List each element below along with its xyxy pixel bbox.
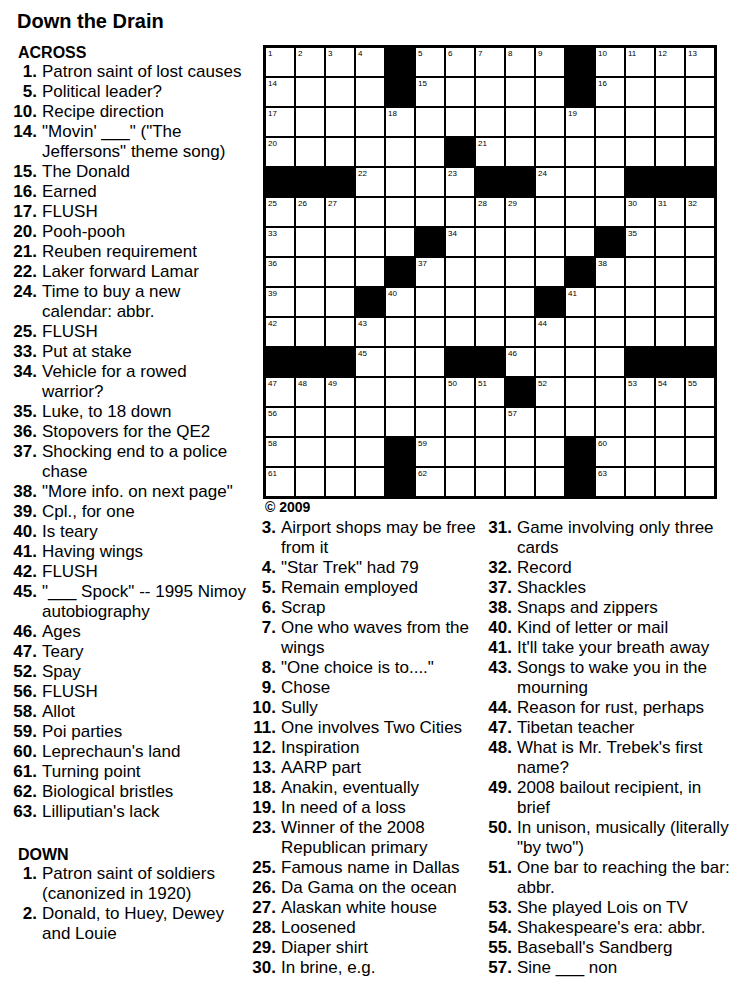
- clue: 46.Ages: [11, 622, 247, 642]
- grid-cell-black: [295, 167, 325, 197]
- grid-cell[interactable]: [505, 137, 535, 167]
- grid-cell[interactable]: [655, 467, 685, 497]
- clue: 12.Inspiration: [250, 738, 484, 758]
- grid-cell[interactable]: [415, 197, 445, 227]
- grid-cell[interactable]: [445, 407, 475, 437]
- grid-cell-black: [325, 167, 355, 197]
- grid-cell-black: [565, 77, 595, 107]
- cell-number: 14: [268, 79, 277, 88]
- clue-number: 50.: [486, 818, 512, 858]
- grid-cell[interactable]: [385, 227, 415, 257]
- grid-cell-black: [655, 167, 685, 197]
- grid-cell[interactable]: [295, 257, 325, 287]
- clue-number: 46.: [11, 622, 37, 642]
- grid-cell[interactable]: [625, 257, 655, 287]
- grid-cell[interactable]: [445, 257, 475, 287]
- grid-cell[interactable]: [565, 407, 595, 437]
- clue: 19.In need of a loss: [250, 798, 484, 818]
- grid-cell[interactable]: 14: [265, 77, 295, 107]
- grid-cell[interactable]: 16: [595, 77, 625, 107]
- grid-cell[interactable]: [445, 77, 475, 107]
- grid-cell[interactable]: [655, 257, 685, 287]
- clue: 22.Laker forward Lamar: [11, 262, 247, 282]
- grid-cell[interactable]: [325, 437, 355, 467]
- clue-text: Time to buy a new calendar: abbr.: [42, 282, 247, 322]
- grid-cell[interactable]: [535, 227, 565, 257]
- grid-cell[interactable]: [475, 317, 505, 347]
- grid-cell[interactable]: [415, 407, 445, 437]
- grid-cell[interactable]: [535, 467, 565, 497]
- grid-cell[interactable]: [325, 317, 355, 347]
- clue-number: 43.: [486, 658, 512, 698]
- grid-cell[interactable]: [685, 407, 715, 437]
- grid-cell[interactable]: [295, 407, 325, 437]
- grid-cell-black: [565, 437, 595, 467]
- grid-cell[interactable]: 46: [505, 347, 535, 377]
- grid-cell[interactable]: 38: [595, 257, 625, 287]
- clue: 52.Spay: [11, 662, 247, 682]
- grid-cell[interactable]: [535, 137, 565, 167]
- clue-text: It'll take your breath away: [517, 638, 730, 658]
- grid-cell[interactable]: [385, 137, 415, 167]
- grid-cell[interactable]: [355, 77, 385, 107]
- clue: 47.Teary: [11, 642, 247, 662]
- clue: 13.AARP part: [250, 758, 484, 778]
- clue: 25.Famous name in Dallas: [250, 858, 484, 878]
- grid-cell[interactable]: [595, 137, 625, 167]
- grid-cell[interactable]: 39: [265, 287, 295, 317]
- grid-cell[interactable]: 6: [445, 47, 475, 77]
- clue-text: In brine, e.g.: [281, 958, 484, 978]
- grid-cell[interactable]: [595, 317, 625, 347]
- grid-cell[interactable]: [415, 347, 445, 377]
- grid-cell[interactable]: [685, 227, 715, 257]
- grid-cell[interactable]: [445, 437, 475, 467]
- grid-cell[interactable]: [505, 107, 535, 137]
- clue: 54.Shakespeare's era: abbr.: [486, 918, 730, 938]
- grid-cell[interactable]: [385, 407, 415, 437]
- grid-cell[interactable]: [445, 197, 475, 227]
- grid-cell[interactable]: 49: [325, 377, 355, 407]
- grid-cell[interactable]: [445, 107, 475, 137]
- grid-cell[interactable]: [535, 257, 565, 287]
- grid-cell[interactable]: 4: [355, 47, 385, 77]
- clue-text: Shakespeare's era: abbr.: [517, 918, 730, 938]
- clue-text: FLUSH: [42, 202, 247, 222]
- clue: 6.Scrap: [250, 598, 484, 618]
- grid-cell[interactable]: 27: [325, 197, 355, 227]
- grid-cell[interactable]: 26: [295, 197, 325, 227]
- grid-cell[interactable]: [625, 437, 655, 467]
- cell-number: 34: [448, 229, 457, 238]
- grid-cell[interactable]: 58: [265, 437, 295, 467]
- grid-cell[interactable]: 2: [295, 47, 325, 77]
- clue-number: 40.: [11, 522, 37, 542]
- grid-cell[interactable]: 21: [475, 137, 505, 167]
- grid-cell[interactable]: [295, 467, 325, 497]
- clue-number: 28.: [250, 918, 276, 938]
- grid-cell[interactable]: 52: [535, 377, 565, 407]
- grid-cell[interactable]: [595, 167, 625, 197]
- cell-number: 31: [658, 199, 667, 208]
- grid-cell[interactable]: [475, 257, 505, 287]
- grid-cell[interactable]: 13: [685, 47, 715, 77]
- grid-cell[interactable]: [325, 257, 355, 287]
- grid-cell-black: [445, 137, 475, 167]
- grid-cell[interactable]: [655, 437, 685, 467]
- grid-cell[interactable]: [535, 347, 565, 377]
- grid-cell[interactable]: [535, 407, 565, 437]
- grid-cell[interactable]: [565, 167, 595, 197]
- grid-cell-black: [685, 347, 715, 377]
- grid-cell[interactable]: [355, 467, 385, 497]
- clues-column-middle: 3.Airport shops may be free from it4."St…: [250, 518, 484, 978]
- grid-cell[interactable]: [625, 317, 655, 347]
- grid-cell[interactable]: [625, 107, 655, 137]
- clue-text: Scrap: [281, 598, 484, 618]
- clue-number: 5.: [250, 578, 276, 598]
- grid-cell[interactable]: 61: [265, 467, 295, 497]
- grid-cell[interactable]: 28: [475, 197, 505, 227]
- grid-cell[interactable]: 50: [445, 377, 475, 407]
- grid-cell[interactable]: 8: [505, 47, 535, 77]
- cell-number: 23: [448, 169, 457, 178]
- grid-cell[interactable]: 51: [475, 377, 505, 407]
- grid-cell[interactable]: [325, 107, 355, 137]
- grid-cell[interactable]: [295, 107, 325, 137]
- clue: 10.Recipe direction: [11, 102, 247, 122]
- clue-text: FLUSH: [42, 682, 247, 702]
- clue-text: Famous name in Dallas: [281, 858, 484, 878]
- grid-cell[interactable]: [655, 287, 685, 317]
- grid-cell[interactable]: [475, 107, 505, 137]
- grid-cell[interactable]: [505, 257, 535, 287]
- grid-cell[interactable]: 36: [265, 257, 295, 287]
- grid-cell[interactable]: [565, 347, 595, 377]
- grid-cell[interactable]: [325, 77, 355, 107]
- grid-cell[interactable]: [655, 77, 685, 107]
- grid-cell[interactable]: [595, 347, 625, 377]
- grid-cell[interactable]: [445, 467, 475, 497]
- cell-number: 45: [358, 349, 367, 358]
- clue: 28.Loosened: [250, 918, 484, 938]
- grid-cell[interactable]: 41: [565, 287, 595, 317]
- grid-cell[interactable]: 56: [265, 407, 295, 437]
- grid-cell[interactable]: [295, 227, 325, 257]
- clue: 9.Chose: [250, 678, 484, 698]
- grid-cell[interactable]: [355, 197, 385, 227]
- clue: 33.Put at stake: [11, 342, 247, 362]
- clue-number: 52.: [11, 662, 37, 682]
- clue-number: 10.: [250, 698, 276, 718]
- grid-cell[interactable]: [355, 437, 385, 467]
- grid-cell[interactable]: [565, 377, 595, 407]
- clue-text: Anakin, eventually: [281, 778, 484, 798]
- grid-cell[interactable]: 24: [535, 167, 565, 197]
- grid-cell[interactable]: 40: [385, 287, 415, 317]
- grid-cell[interactable]: 32: [685, 197, 715, 227]
- clue-number: 11.: [250, 718, 276, 738]
- grid-cell[interactable]: [685, 287, 715, 317]
- grid-cell[interactable]: 31: [655, 197, 685, 227]
- clue-number: 26.: [250, 878, 276, 898]
- grid-cell[interactable]: [685, 437, 715, 467]
- grid-cell[interactable]: [385, 167, 415, 197]
- grid-cell-black: [385, 47, 415, 77]
- grid-cell[interactable]: [595, 407, 625, 437]
- clue-number: 16.: [11, 182, 37, 202]
- grid-cell[interactable]: [295, 287, 325, 317]
- grid-cell[interactable]: 59: [415, 437, 445, 467]
- grid-cell[interactable]: 62: [415, 467, 445, 497]
- grid-cell[interactable]: 1: [265, 47, 295, 77]
- grid-cell-black: [625, 167, 655, 197]
- grid-cell[interactable]: [625, 137, 655, 167]
- clue-text: Allot: [42, 702, 247, 722]
- grid-cell[interactable]: [295, 77, 325, 107]
- clue-number: 61.: [11, 762, 37, 782]
- grid-cell[interactable]: [325, 227, 355, 257]
- grid-cell[interactable]: 20: [265, 137, 295, 167]
- grid-cell[interactable]: 29: [505, 197, 535, 227]
- grid-cell[interactable]: [685, 107, 715, 137]
- grid-cell[interactable]: [685, 137, 715, 167]
- grid-cell[interactable]: 48: [295, 377, 325, 407]
- clue-text: Earned: [42, 182, 247, 202]
- grid-cell-black: [325, 347, 355, 377]
- clue: 53.She played Lois on TV: [486, 898, 730, 918]
- grid-cell[interactable]: [595, 197, 625, 227]
- across-clues-list: 1.Patron saint of lost causes5.Political…: [11, 62, 247, 822]
- grid-cell-black: [475, 167, 505, 197]
- grid-cell[interactable]: [325, 137, 355, 167]
- grid-cell[interactable]: 23: [445, 167, 475, 197]
- grid-cell[interactable]: [535, 197, 565, 227]
- clue-text: Is teary: [42, 522, 247, 542]
- grid-cell[interactable]: 9: [535, 47, 565, 77]
- clue: 18.Anakin, eventually: [250, 778, 484, 798]
- cell-number: 29: [508, 199, 517, 208]
- clue: 11.One involves Two Cities: [250, 718, 484, 738]
- grid-cell[interactable]: [385, 197, 415, 227]
- grid-cell[interactable]: [385, 377, 415, 407]
- cell-number: 47: [268, 379, 277, 388]
- grid-cell[interactable]: 43: [355, 317, 385, 347]
- grid-cell[interactable]: [355, 257, 385, 287]
- grid-cell[interactable]: [475, 227, 505, 257]
- grid-cell[interactable]: [625, 287, 655, 317]
- clue-number: 1.: [11, 62, 37, 82]
- grid-cell[interactable]: 57: [505, 407, 535, 437]
- clue-number: 60.: [11, 742, 37, 762]
- grid-cell[interactable]: 33: [265, 227, 295, 257]
- grid-cell[interactable]: 53: [625, 377, 655, 407]
- grid-cell[interactable]: [685, 257, 715, 287]
- grid-cell[interactable]: 54: [655, 377, 685, 407]
- grid-cell[interactable]: 25: [265, 197, 295, 227]
- grid-cell[interactable]: [535, 437, 565, 467]
- grid-cell[interactable]: [385, 317, 415, 347]
- grid-cell[interactable]: 7: [475, 47, 505, 77]
- grid-cell[interactable]: 45: [355, 347, 385, 377]
- clue: 35.Luke, to 18 down: [11, 402, 247, 422]
- clue-number: 35.: [11, 402, 37, 422]
- grid-cell[interactable]: [505, 467, 535, 497]
- clue: 20.Pooh-pooh: [11, 222, 247, 242]
- grid-cell[interactable]: [355, 227, 385, 257]
- clue-number: 25.: [11, 322, 37, 342]
- clue: 27.Alaskan white house: [250, 898, 484, 918]
- clue: 17.FLUSH: [11, 202, 247, 222]
- grid-cell[interactable]: [595, 287, 625, 317]
- grid-cell[interactable]: 42: [265, 317, 295, 347]
- grid-cell-black: [625, 347, 655, 377]
- grid-cell[interactable]: [415, 137, 445, 167]
- clue-number: 20.: [11, 222, 37, 242]
- grid-cell[interactable]: [655, 107, 685, 137]
- grid-cell[interactable]: [505, 437, 535, 467]
- grid-cell[interactable]: [325, 407, 355, 437]
- grid-cell[interactable]: [565, 137, 595, 167]
- grid-cell[interactable]: [385, 347, 415, 377]
- grid-cell[interactable]: [565, 317, 595, 347]
- grid-cell[interactable]: 47: [265, 377, 295, 407]
- grid-cell[interactable]: [625, 407, 655, 437]
- grid-cell[interactable]: 22: [355, 167, 385, 197]
- grid-cell[interactable]: [445, 287, 475, 317]
- grid-cell[interactable]: 18: [385, 107, 415, 137]
- grid-cell[interactable]: [355, 377, 385, 407]
- clue-number: 32.: [486, 558, 512, 578]
- grid-cell[interactable]: 44: [535, 317, 565, 347]
- grid-cell[interactable]: [325, 467, 355, 497]
- grid-cell[interactable]: [355, 407, 385, 437]
- clue: 26.Da Gama on the ocean: [250, 878, 484, 898]
- grid-cell[interactable]: [565, 227, 595, 257]
- grid-cell[interactable]: 19: [565, 107, 595, 137]
- grid-cell[interactable]: 37: [415, 257, 445, 287]
- grid-cell[interactable]: [475, 287, 505, 317]
- clues-column-left: ACROSS 1.Patron saint of lost causes5.Po…: [11, 44, 247, 944]
- grid-cell[interactable]: [445, 317, 475, 347]
- cell-number: 1: [268, 49, 272, 58]
- clue-text: Ages: [42, 622, 247, 642]
- grid-cell[interactable]: 11: [625, 47, 655, 77]
- grid-cell[interactable]: 3: [325, 47, 355, 77]
- grid-cell[interactable]: [475, 77, 505, 107]
- clue: 50.In unison, musically (literally "by t…: [486, 818, 730, 858]
- crossword-grid: 1234567891011121314151617181920212223242…: [263, 45, 717, 499]
- clue-number: 8.: [250, 658, 276, 678]
- grid-cell[interactable]: [415, 377, 445, 407]
- grid-cell[interactable]: [475, 437, 505, 467]
- grid-cell-black: [685, 167, 715, 197]
- clue: 15.The Donald: [11, 162, 247, 182]
- cell-number: 18: [388, 109, 397, 118]
- grid-cell[interactable]: [655, 227, 685, 257]
- grid-cell[interactable]: [595, 107, 625, 137]
- grid-cell[interactable]: 15: [415, 77, 445, 107]
- clue: 40.Kind of letter or mail: [486, 618, 730, 638]
- clue-number: 21.: [11, 242, 37, 262]
- grid-cell[interactable]: [685, 77, 715, 107]
- grid-cell[interactable]: 10: [595, 47, 625, 77]
- grid-cell[interactable]: [565, 197, 595, 227]
- grid-cell[interactable]: 17: [265, 107, 295, 137]
- cell-number: 21: [478, 139, 487, 148]
- grid-cell[interactable]: 63: [595, 467, 625, 497]
- grid-cell[interactable]: [415, 167, 445, 197]
- grid-cell[interactable]: 12: [655, 47, 685, 77]
- grid-cell[interactable]: [625, 467, 655, 497]
- grid-cell[interactable]: 35: [625, 227, 655, 257]
- grid-cell[interactable]: [505, 317, 535, 347]
- grid-cell[interactable]: 30: [625, 197, 655, 227]
- clue-number: 63.: [11, 802, 37, 822]
- grid-cell[interactable]: [505, 227, 535, 257]
- grid-cell[interactable]: [295, 437, 325, 467]
- grid-cell[interactable]: [415, 107, 445, 137]
- grid-cell[interactable]: [685, 467, 715, 497]
- cell-number: 33: [268, 229, 277, 238]
- clue-number: 56.: [11, 682, 37, 702]
- clue-text: Songs to wake you in the mourning: [517, 658, 730, 698]
- clue: 44.Reason for rust, perhaps: [486, 698, 730, 718]
- grid-cell-black: [385, 257, 415, 287]
- clue-number: 54.: [486, 918, 512, 938]
- grid-cell[interactable]: [535, 107, 565, 137]
- clue-number: 17.: [11, 202, 37, 222]
- grid-cell[interactable]: [595, 377, 625, 407]
- clue: 38."More info. on next page": [11, 482, 247, 502]
- grid-cell[interactable]: 55: [685, 377, 715, 407]
- clue-number: 6.: [250, 598, 276, 618]
- cell-number: 19: [568, 109, 577, 118]
- clue-number: 23.: [250, 818, 276, 858]
- grid-cell[interactable]: [475, 407, 505, 437]
- grid-cell[interactable]: [415, 287, 445, 317]
- grid-cell[interactable]: [475, 467, 505, 497]
- grid-cell[interactable]: [655, 317, 685, 347]
- grid-cell[interactable]: [655, 407, 685, 437]
- grid-cell[interactable]: [415, 317, 445, 347]
- grid-cell[interactable]: [295, 317, 325, 347]
- grid-cell[interactable]: 5: [415, 47, 445, 77]
- grid-cell[interactable]: 34: [445, 227, 475, 257]
- grid-cell[interactable]: [505, 287, 535, 317]
- grid-cell[interactable]: [685, 317, 715, 347]
- clue: 48.What is Mr. Trebek's first name?: [486, 738, 730, 778]
- clue: 62.Biological bristles: [11, 782, 247, 802]
- clues-column-right: 31.Game involving only three cards32.Rec…: [486, 518, 730, 978]
- clue-text: Loosened: [281, 918, 484, 938]
- grid-cell[interactable]: [355, 107, 385, 137]
- grid-cell[interactable]: [355, 137, 385, 167]
- grid-cell[interactable]: [655, 137, 685, 167]
- grid-cell-black: [445, 347, 475, 377]
- grid-cell[interactable]: [625, 77, 655, 107]
- grid-cell[interactable]: [535, 77, 565, 107]
- grid-cell[interactable]: 60: [595, 437, 625, 467]
- grid-cell[interactable]: [295, 137, 325, 167]
- grid-cell[interactable]: [505, 77, 535, 107]
- cell-number: 61: [268, 469, 277, 478]
- clue-text: FLUSH: [42, 562, 247, 582]
- clue-text: Donald, to Huey, Dewey and Louie: [42, 904, 247, 944]
- grid-cell-black: [295, 347, 325, 377]
- clue-number: 55.: [486, 938, 512, 958]
- grid-cell[interactable]: [325, 287, 355, 317]
